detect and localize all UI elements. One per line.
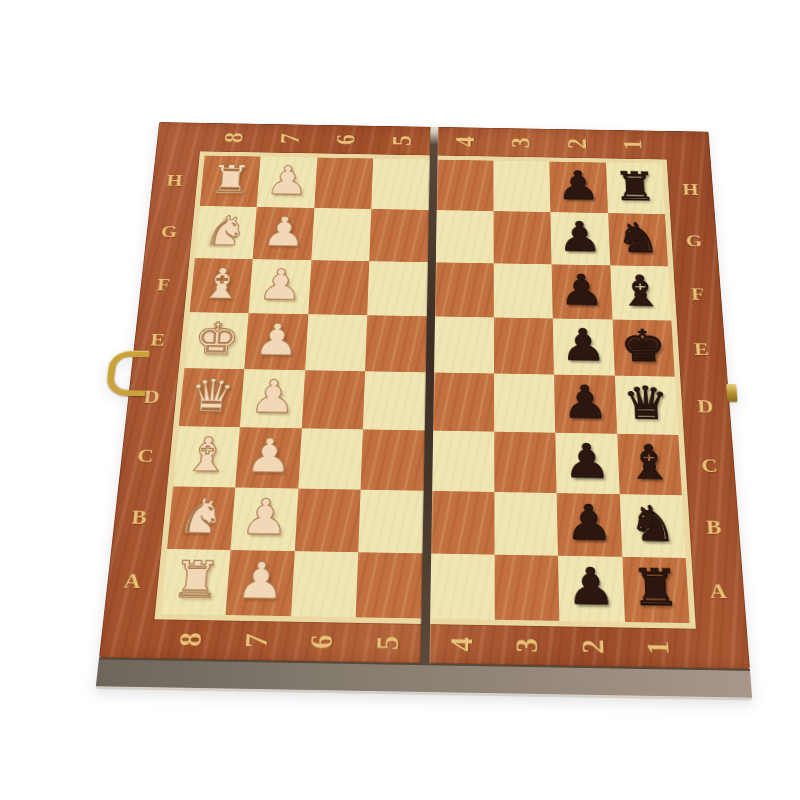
- square-a2[interactable]: ♟: [558, 556, 624, 622]
- piece-light-pawn-g7[interactable]: ♟: [261, 211, 307, 252]
- file-label-left-f: F: [138, 257, 190, 312]
- rank-label-bottom-2: 2: [560, 626, 627, 666]
- product-photo-stage: 87654321 87654321 HGFEDCBA HGFEDCBA ♜♟♟♜…: [0, 0, 800, 800]
- piece-dark-pawn-h2[interactable]: ♟: [556, 166, 600, 206]
- file-label-right-b: B: [688, 495, 742, 559]
- rank-label-top-8: 8: [205, 123, 263, 153]
- square-d6[interactable]: [302, 370, 366, 429]
- square-g2[interactable]: ♟: [551, 212, 610, 265]
- square-h1[interactable]: ♜: [606, 163, 665, 215]
- square-a4[interactable]: [430, 554, 495, 620]
- square-b1[interactable]: ♞: [619, 494, 685, 558]
- piece-dark-rook-a1[interactable]: ♜: [630, 562, 681, 613]
- piece-dark-bishop-f1[interactable]: ♝: [617, 270, 663, 313]
- square-d3[interactable]: [494, 374, 556, 433]
- square-h8[interactable]: ♜: [200, 156, 261, 207]
- square-c6[interactable]: [298, 428, 363, 489]
- square-b7[interactable]: ♟: [231, 487, 298, 551]
- rank-label-bottom-3: 3: [495, 625, 561, 665]
- square-d7[interactable]: ♟: [240, 369, 305, 428]
- square-g1[interactable]: ♞: [608, 213, 668, 266]
- square-f4[interactable]: [435, 262, 494, 317]
- file-label-right-text: E: [693, 338, 710, 359]
- rank-label-bottom-text: 2: [575, 639, 611, 654]
- square-g5[interactable]: [369, 209, 428, 262]
- square-c3[interactable]: [494, 432, 557, 493]
- piece-light-pawn-e7[interactable]: ♟: [253, 318, 301, 362]
- square-c5[interactable]: [361, 429, 425, 490]
- square-f5[interactable]: [367, 261, 427, 316]
- rank-label-top-text: 7: [275, 133, 306, 144]
- file-label-left-text: C: [136, 444, 155, 467]
- rank-label-bottom-1: 1: [625, 628, 692, 668]
- rank-label-bottom-text: 4: [444, 637, 480, 652]
- rank-label-top-1: 1: [604, 130, 661, 160]
- square-a7[interactable]: ♟: [226, 550, 295, 616]
- file-label-right-g: G: [670, 214, 719, 267]
- square-d1[interactable]: ♛: [614, 376, 678, 435]
- square-h3[interactable]: [493, 161, 550, 212]
- square-d8[interactable]: ♛: [179, 368, 245, 427]
- rank-label-bottom-text: 1: [640, 640, 676, 655]
- piece-light-bishop-f8[interactable]: ♝: [198, 262, 246, 305]
- brass-catch-icon: [726, 384, 737, 402]
- square-h6[interactable]: [314, 158, 373, 209]
- piece-light-rook-a8[interactable]: ♜: [170, 554, 223, 605]
- square-g7[interactable]: ♟: [253, 207, 314, 260]
- file-label-right-text: F: [690, 283, 705, 304]
- rank-label-bottom-5: 5: [354, 623, 421, 663]
- file-label-left-text: B: [130, 505, 149, 529]
- square-a8[interactable]: ♜: [161, 549, 231, 615]
- rank-label-top-text: 2: [562, 138, 593, 149]
- square-h4[interactable]: [436, 160, 493, 211]
- file-label-left-c: C: [118, 425, 173, 486]
- square-c1[interactable]: ♝: [617, 434, 682, 495]
- square-g4[interactable]: [435, 210, 493, 263]
- rank-label-top-text: 4: [450, 136, 480, 147]
- square-d2[interactable]: ♟: [554, 375, 617, 434]
- file-label-left-g: G: [144, 205, 195, 258]
- square-f7[interactable]: ♟: [249, 259, 311, 314]
- square-b4[interactable]: [431, 491, 495, 555]
- chess-board: 87654321 87654321 HGFEDCBA HGFEDCBA ♜♟♟♜…: [96, 122, 752, 696]
- file-label-left-b: B: [111, 485, 167, 548]
- file-label-right-text: B: [705, 515, 723, 539]
- piece-dark-pawn-a2[interactable]: ♟: [566, 561, 616, 612]
- rank-label-top-text: 8: [219, 132, 250, 143]
- file-label-right-f: F: [673, 266, 723, 321]
- piece-dark-pawn-e2[interactable]: ♟: [560, 323, 607, 367]
- file-label-right-c: C: [684, 435, 737, 496]
- rank-label-top-text: 1: [617, 139, 648, 150]
- piece-light-pawn-d7[interactable]: ♟: [248, 374, 297, 420]
- rank-label-top-text: 3: [506, 137, 536, 148]
- square-c7[interactable]: ♟: [236, 427, 302, 488]
- file-label-right-text: D: [697, 395, 715, 417]
- file-label-right-d: D: [680, 377, 732, 436]
- rank-label-bottom-text: 8: [173, 632, 210, 647]
- rank-label-top-3: 3: [493, 128, 549, 158]
- rank-label-bottom-text: 6: [304, 634, 340, 649]
- square-f3[interactable]: [494, 263, 553, 318]
- square-d5[interactable]: [363, 371, 425, 430]
- piece-light-bishop-c8[interactable]: ♝: [181, 431, 232, 479]
- square-f8[interactable]: ♝: [190, 258, 253, 313]
- rank-label-bottom-text: 5: [370, 635, 406, 650]
- file-label-right-text: C: [701, 454, 720, 477]
- piece-dark-pawn-f2[interactable]: ♟: [559, 269, 605, 312]
- square-f2[interactable]: ♟: [552, 264, 612, 319]
- square-g8[interactable]: ♞: [195, 206, 257, 259]
- file-label-right-e: E: [677, 321, 728, 378]
- rank-label-top-2: 2: [549, 129, 606, 159]
- square-e7[interactable]: ♟: [245, 313, 308, 370]
- rank-label-top-4: 4: [437, 127, 493, 157]
- board-surface: 87654321 87654321 HGFEDCBA HGFEDCBA ♜♟♟♜…: [99, 122, 750, 669]
- file-label-left-text: A: [123, 568, 143, 593]
- square-e2[interactable]: ♟: [553, 318, 615, 375]
- file-label-right-text: H: [682, 179, 700, 198]
- square-a5[interactable]: [356, 552, 422, 618]
- file-label-right-a: A: [691, 558, 746, 624]
- piece-light-pawn-h7[interactable]: ♟: [265, 160, 310, 200]
- square-a1[interactable]: ♜: [622, 557, 690, 623]
- square-g6[interactable]: [311, 208, 371, 261]
- rank-label-bottom-4: 4: [429, 624, 495, 664]
- square-e1[interactable]: ♚: [612, 320, 675, 377]
- rank-label-bottom-6: 6: [288, 622, 355, 662]
- piece-dark-queen-d1[interactable]: ♛: [622, 380, 670, 426]
- square-e6[interactable]: [305, 314, 367, 371]
- piece-dark-pawn-g2[interactable]: ♟: [558, 216, 603, 257]
- rank-label-bottom-text: 3: [510, 638, 546, 653]
- square-c8[interactable]: ♝: [173, 426, 240, 487]
- piece-light-pawn-b7[interactable]: ♟: [239, 492, 290, 541]
- piece-light-queen-d8[interactable]: ♛: [187, 373, 237, 419]
- square-a6[interactable]: [291, 551, 358, 617]
- rank-label-top-5: 5: [373, 126, 430, 156]
- rank-label-top-6: 6: [317, 125, 374, 155]
- file-label-left-text: H: [165, 171, 184, 190]
- square-g3[interactable]: [493, 211, 551, 264]
- rank-label-top-text: 6: [331, 134, 362, 145]
- square-h7[interactable]: ♟: [257, 157, 317, 208]
- rank-label-bottom-8: 8: [157, 619, 226, 659]
- piece-dark-pawn-c2[interactable]: ♟: [563, 437, 611, 485]
- square-c4[interactable]: [432, 431, 495, 492]
- piece-dark-rook-h1[interactable]: ♜: [613, 167, 658, 207]
- piece-dark-pawn-d2[interactable]: ♟: [562, 379, 609, 425]
- rank-label-top-text: 5: [387, 135, 418, 146]
- brass-clasp-icon: [106, 351, 150, 396]
- square-e8[interactable]: ♚: [184, 312, 249, 369]
- square-b2[interactable]: ♟: [557, 493, 622, 557]
- piece-light-rook-h8[interactable]: ♜: [207, 159, 253, 199]
- piece-dark-knight-g1[interactable]: ♞: [615, 217, 661, 258]
- square-f6[interactable]: [308, 260, 369, 315]
- piece-dark-pawn-b2[interactable]: ♟: [565, 498, 614, 548]
- file-label-right-text: A: [709, 578, 728, 603]
- piece-dark-knight-b1[interactable]: ♞: [627, 499, 677, 549]
- piece-light-knight-g8[interactable]: ♞: [203, 210, 250, 251]
- piece-dark-bishop-c1[interactable]: ♝: [625, 438, 674, 486]
- square-h5[interactable]: [371, 159, 429, 210]
- square-f1[interactable]: ♝: [610, 265, 671, 320]
- square-d4[interactable]: [433, 372, 494, 431]
- file-label-left-h: H: [150, 155, 200, 206]
- square-a3[interactable]: [494, 555, 559, 621]
- square-b3[interactable]: [494, 492, 558, 556]
- square-b5[interactable]: [358, 490, 423, 554]
- piece-light-pawn-f7[interactable]: ♟: [257, 263, 304, 306]
- piece-dark-king-e1[interactable]: ♚: [620, 324, 667, 368]
- piece-light-knight-b8[interactable]: ♞: [176, 491, 228, 540]
- square-e3[interactable]: [494, 317, 554, 374]
- square-b6[interactable]: [295, 489, 361, 553]
- piece-light-pawn-a7[interactable]: ♟: [234, 555, 286, 606]
- file-label-left-text: G: [160, 221, 179, 241]
- piece-light-pawn-c7[interactable]: ♟: [244, 432, 294, 480]
- file-label-left-text: F: [156, 274, 172, 294]
- rank-label-bottom-text: 7: [238, 633, 274, 648]
- file-label-right-text: G: [685, 231, 703, 251]
- rank-label-top-7: 7: [261, 124, 319, 154]
- square-c2[interactable]: ♟: [555, 433, 619, 494]
- file-label-left-a: A: [104, 548, 161, 614]
- piece-light-king-e8[interactable]: ♚: [192, 316, 241, 360]
- square-e5[interactable]: [365, 315, 426, 372]
- rank-label-bottom-7: 7: [222, 621, 290, 661]
- square-e4[interactable]: [434, 316, 494, 373]
- square-h2[interactable]: ♟: [549, 162, 607, 213]
- file-label-left-text: E: [149, 329, 167, 350]
- file-label-right-h: H: [667, 164, 715, 215]
- square-b8[interactable]: ♞: [167, 486, 236, 550]
